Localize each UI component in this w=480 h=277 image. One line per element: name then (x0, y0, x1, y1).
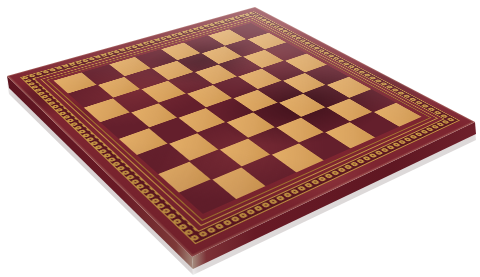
chessboard (7, 7, 475, 257)
board-photo (0, 0, 480, 277)
